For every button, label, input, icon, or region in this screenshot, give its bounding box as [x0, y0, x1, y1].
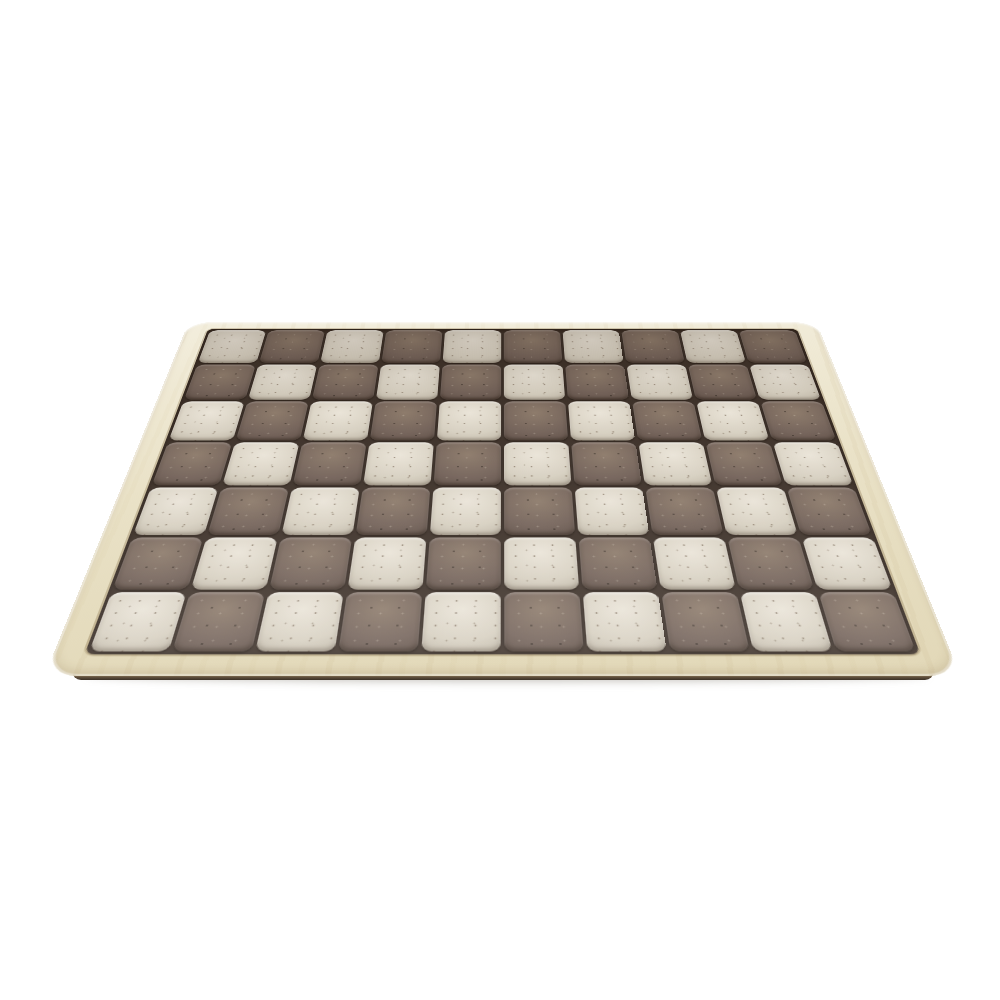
board-square: [583, 592, 667, 651]
board-square: [575, 487, 650, 534]
board-square: [740, 592, 833, 651]
board-square: [621, 330, 685, 363]
board-square: [255, 592, 343, 651]
board-square: [638, 442, 712, 485]
board-square: [706, 442, 783, 485]
board-square: [568, 402, 635, 441]
board-square: [426, 537, 501, 590]
board-square: [356, 487, 431, 534]
wooden-tray: [44, 322, 960, 675]
board-square: [370, 402, 437, 441]
board-square: [749, 364, 821, 400]
board-square: [207, 487, 289, 534]
board-square: [282, 487, 360, 534]
board-square: [504, 592, 584, 651]
board-square: [571, 442, 642, 485]
board-square: [504, 364, 565, 400]
game-board: [89, 330, 916, 651]
board-square: [434, 442, 501, 485]
board-square: [169, 402, 245, 441]
board-square: [688, 364, 757, 400]
board-square: [739, 330, 807, 363]
board-square: [626, 364, 693, 400]
board-square: [504, 402, 568, 441]
board-square: [172, 592, 265, 651]
board-square: [421, 592, 501, 651]
board-square: [248, 364, 317, 400]
board-square: [338, 592, 422, 651]
board-square: [632, 402, 702, 441]
board-square: [236, 402, 309, 441]
board-square: [661, 592, 749, 651]
board-square: [645, 487, 723, 534]
board-perspective-wrap: [44, 322, 960, 675]
board-square: [152, 442, 232, 485]
board-square: [303, 402, 373, 441]
board-square: [184, 364, 256, 400]
board-square: [133, 487, 218, 534]
board-square: [312, 364, 379, 400]
board-square: [653, 537, 736, 590]
board-square: [727, 537, 814, 590]
board-square: [376, 364, 440, 400]
board-square: [760, 402, 836, 441]
board-square: [563, 330, 624, 363]
board-square: [440, 364, 501, 400]
board-square: [504, 330, 563, 363]
board-square: [222, 442, 299, 485]
board-square: [443, 330, 502, 363]
board-square: [716, 487, 798, 534]
board-square: [787, 487, 872, 534]
board-square: [198, 330, 266, 363]
board-square: [381, 330, 442, 363]
board-square: [696, 402, 769, 441]
board-square: [259, 330, 325, 363]
tile-well: [84, 329, 920, 655]
board-square: [89, 592, 186, 651]
board-square: [363, 442, 434, 485]
board-square: [191, 537, 278, 590]
board-square: [773, 442, 853, 485]
board-square: [802, 537, 893, 590]
board-square: [269, 537, 352, 590]
board-square: [347, 537, 426, 590]
board-square: [430, 487, 501, 534]
board-square: [293, 442, 367, 485]
board-square: [818, 592, 915, 651]
board-square: [504, 487, 575, 534]
board-square: [320, 330, 384, 363]
board-square: [680, 330, 746, 363]
board-square: [578, 537, 657, 590]
board-square: [437, 402, 501, 441]
board-square: [504, 537, 579, 590]
board-square: [112, 537, 203, 590]
board-square: [565, 364, 629, 400]
board-square: [504, 442, 571, 485]
product-photo-scene: [0, 0, 1000, 1000]
